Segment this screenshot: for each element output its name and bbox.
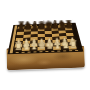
square-f1[interactable]: ♝ <box>53 46 61 50</box>
white-rook-h1[interactable]: ♜ <box>69 40 77 49</box>
chess-board: ♜♞♝♛♚♝♞♜♟♟♟♟♟♟♟♟♟♟♟♟♟♟♟♟♜♞♝♛♚♝♞♜ <box>7 23 83 55</box>
square-h1[interactable]: ♜ <box>68 46 77 50</box>
square-g1[interactable]: ♞ <box>61 46 69 50</box>
square-d1[interactable]: ♛ <box>38 47 46 51</box>
chess-set: ♜♞♝♛♚♝♞♜♟♟♟♟♟♟♟♟♟♟♟♟♟♟♟♟♜♞♝♛♚♝♞♜ <box>4 7 86 74</box>
photo-background: ♜♞♝♛♚♝♞♜♟♟♟♟♟♟♟♟♟♟♟♟♟♟♟♟♜♞♝♛♚♝♞♜ <box>0 0 90 90</box>
square-c1[interactable]: ♝ <box>30 47 38 51</box>
board-grid: ♜♞♝♛♚♝♞♜♟♟♟♟♟♟♟♟♟♟♟♟♟♟♟♟♜♞♝♛♚♝♞♜ <box>14 25 77 51</box>
board-inlay-border: ♜♞♝♛♚♝♞♜♟♟♟♟♟♟♟♟♟♟♟♟♟♟♟♟♜♞♝♛♚♝♞♜ <box>10 23 82 53</box>
board-inner-frame: ♜♞♝♛♚♝♞♜♟♟♟♟♟♟♟♟♟♟♟♟♟♟♟♟♜♞♝♛♚♝♞♜ <box>12 24 78 52</box>
square-e1[interactable]: ♚ <box>45 46 53 50</box>
board-frame: ♜♞♝♛♚♝♞♜♟♟♟♟♟♟♟♟♟♟♟♟♟♟♟♟♜♞♝♛♚♝♞♜ <box>7 23 83 55</box>
black-pawn-h7[interactable]: ♟ <box>65 22 72 30</box>
